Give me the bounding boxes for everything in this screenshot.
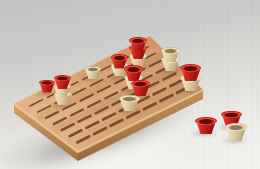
photo-scene — [0, 0, 260, 169]
cup-rim — [124, 65, 143, 72]
cup-rim — [111, 54, 129, 61]
red-cup-piece[interactable] — [180, 64, 201, 81]
red-cup-piece[interactable] — [195, 117, 216, 134]
red-cup-piece[interactable] — [129, 37, 147, 51]
red-cup-piece[interactable] — [39, 80, 55, 93]
natural-cup-piece[interactable] — [119, 95, 140, 112]
cup-rim — [195, 117, 216, 125]
pieces-layer — [0, 0, 260, 169]
red-cup-piece[interactable] — [131, 80, 151, 96]
cup-rim — [129, 37, 147, 44]
red-cup-piece[interactable] — [124, 65, 143, 81]
red-cup-piece[interactable] — [54, 75, 72, 89]
natural-cup-piece[interactable] — [225, 123, 247, 141]
cup-rim — [161, 47, 180, 54]
natural-cup-piece[interactable] — [161, 47, 180, 63]
natural-cup-piece[interactable] — [85, 66, 102, 80]
